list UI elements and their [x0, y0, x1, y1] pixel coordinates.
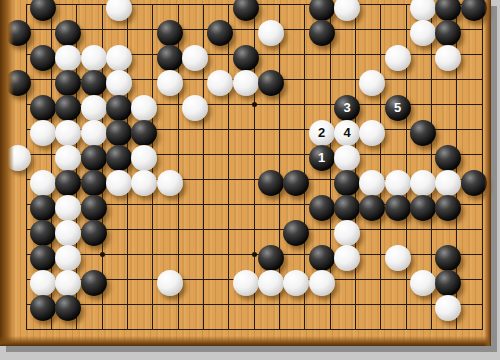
stone [410, 20, 436, 46]
stone [182, 95, 208, 121]
stone-move-1: 1 [309, 145, 335, 171]
stone [233, 70, 259, 96]
stone [385, 45, 411, 71]
stone [435, 245, 461, 271]
board-edge-left [0, 0, 14, 346]
stone [106, 145, 132, 171]
star-point [100, 252, 105, 257]
stone [258, 70, 284, 96]
stone [81, 70, 107, 96]
stone [30, 0, 56, 21]
move-number-label: 1 [318, 151, 325, 164]
stone [233, 0, 259, 21]
stone [207, 20, 233, 46]
stone [283, 220, 309, 246]
stone [435, 270, 461, 296]
stone [131, 95, 157, 121]
board-edge-right [484, 0, 491, 346]
grid-line-vertical [380, 4, 381, 330]
stone [309, 245, 335, 271]
stone [258, 170, 284, 196]
stone [55, 20, 81, 46]
stone [359, 120, 385, 146]
stone [435, 20, 461, 46]
stone [106, 170, 132, 196]
stone [258, 20, 284, 46]
stone [359, 70, 385, 96]
stone [30, 220, 56, 246]
star-point [252, 102, 257, 107]
stone [435, 0, 461, 21]
go-game-screenshot: 35241 [0, 0, 500, 360]
grid-line-horizontal [26, 329, 483, 330]
stone [131, 170, 157, 196]
stone [233, 45, 259, 71]
stone [81, 195, 107, 221]
stone [461, 170, 487, 196]
stone [410, 0, 436, 21]
stone [309, 20, 335, 46]
stone [233, 270, 259, 296]
stone [55, 70, 81, 96]
stone [435, 195, 461, 221]
stone [207, 70, 233, 96]
stone [30, 170, 56, 196]
stone [55, 170, 81, 196]
stone [334, 195, 360, 221]
stone [81, 120, 107, 146]
stone [106, 120, 132, 146]
move-number-label: 3 [343, 101, 350, 114]
stone [309, 270, 335, 296]
stone [385, 245, 411, 271]
stone [410, 195, 436, 221]
stone [258, 270, 284, 296]
stone [157, 270, 183, 296]
stone [157, 70, 183, 96]
stone [334, 170, 360, 196]
grid-line-vertical [482, 4, 483, 330]
stone [30, 270, 56, 296]
stone [131, 145, 157, 171]
stone [81, 145, 107, 171]
stone [30, 45, 56, 71]
stone [258, 245, 284, 271]
stone [81, 45, 107, 71]
stone [157, 45, 183, 71]
stone [55, 95, 81, 121]
stone [106, 0, 132, 21]
stone [435, 45, 461, 71]
stone [334, 245, 360, 271]
stone [30, 295, 56, 321]
grid-line-vertical [228, 4, 229, 330]
stone [81, 95, 107, 121]
stone [410, 120, 436, 146]
stone [435, 145, 461, 171]
stone [283, 270, 309, 296]
stone [410, 170, 436, 196]
stone [106, 70, 132, 96]
stone [334, 0, 360, 21]
stone [30, 245, 56, 271]
stone [309, 195, 335, 221]
go-board[interactable]: 35241 [0, 0, 491, 346]
stone [283, 170, 309, 196]
stone-move-3: 3 [334, 95, 360, 121]
stone [55, 120, 81, 146]
stone [359, 195, 385, 221]
stone [334, 145, 360, 171]
stone [461, 0, 487, 21]
stone [435, 295, 461, 321]
stone [334, 220, 360, 246]
grid-line-horizontal [26, 304, 483, 305]
stone [385, 170, 411, 196]
stone [55, 220, 81, 246]
stone [410, 270, 436, 296]
stone [30, 195, 56, 221]
stone [55, 245, 81, 271]
move-number-label: 2 [318, 126, 325, 139]
stone-move-2: 2 [309, 120, 335, 146]
stone [435, 170, 461, 196]
stone [131, 120, 157, 146]
stone-move-4: 4 [334, 120, 360, 146]
board-edge-bottom [0, 336, 491, 346]
stone [55, 45, 81, 71]
stone [55, 145, 81, 171]
stone [55, 295, 81, 321]
stone [157, 170, 183, 196]
stone [55, 195, 81, 221]
stone [81, 220, 107, 246]
stone [106, 45, 132, 71]
move-number-label: 5 [394, 101, 401, 114]
stone [385, 195, 411, 221]
stone [55, 270, 81, 296]
stone [30, 95, 56, 121]
stone-move-5: 5 [385, 95, 411, 121]
stone [81, 170, 107, 196]
stone [309, 0, 335, 21]
stone [359, 170, 385, 196]
stone [106, 95, 132, 121]
stone [30, 120, 56, 146]
star-point [252, 252, 257, 257]
stone [182, 45, 208, 71]
move-number-label: 4 [343, 126, 350, 139]
stone [157, 20, 183, 46]
stone [81, 270, 107, 296]
